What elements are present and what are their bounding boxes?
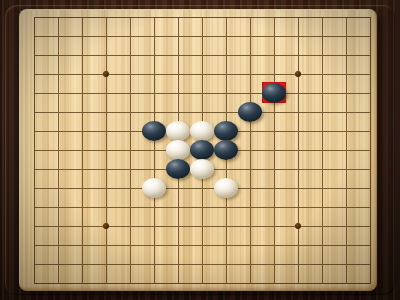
intersection-0-11[interactable]	[22, 216, 46, 235]
intersection-1-9[interactable]	[46, 178, 70, 197]
intersection-9-10[interactable]	[238, 197, 262, 216]
intersection-4-11[interactable]	[118, 216, 142, 235]
intersection-8-5[interactable]	[214, 102, 238, 121]
intersection-3-5[interactable]	[94, 102, 118, 121]
intersection-8-13[interactable]	[214, 254, 238, 273]
intersection-14-10[interactable]	[358, 197, 382, 216]
black-stone	[262, 83, 286, 103]
intersection-5-12[interactable]	[142, 235, 166, 254]
intersection-11-0[interactable]	[286, 7, 310, 26]
black-stone	[166, 159, 190, 179]
intersection-8-7[interactable]	[214, 140, 238, 159]
intersection-14-6[interactable]	[358, 121, 382, 140]
intersection-1-4[interactable]	[46, 83, 70, 102]
intersection-3-8[interactable]	[94, 159, 118, 178]
intersection-7-1[interactable]	[190, 26, 214, 45]
intersection-12-4[interactable]	[310, 83, 334, 102]
intersection-2-14[interactable]	[70, 273, 94, 292]
intersection-6-6[interactable]	[166, 121, 190, 140]
intersection-6-2[interactable]	[166, 45, 190, 64]
intersection-7-9[interactable]	[190, 178, 214, 197]
intersection-4-5[interactable]	[118, 102, 142, 121]
intersection-9-8[interactable]	[238, 159, 262, 178]
intersection-1-12[interactable]	[46, 235, 70, 254]
intersection-7-6[interactable]	[190, 121, 214, 140]
intersection-2-0[interactable]	[70, 7, 94, 26]
intersection-0-5[interactable]	[22, 102, 46, 121]
intersection-14-0[interactable]	[358, 7, 382, 26]
intersection-1-1[interactable]	[46, 26, 70, 45]
intersection-3-7[interactable]	[94, 140, 118, 159]
intersection-13-5[interactable]	[334, 102, 358, 121]
intersection-14-11[interactable]	[358, 216, 382, 235]
intersection-5-5[interactable]	[142, 102, 166, 121]
intersection-0-3[interactable]	[22, 64, 46, 83]
intersection-7-13[interactable]	[190, 254, 214, 273]
intersection-0-12[interactable]	[22, 235, 46, 254]
intersection-11-4[interactable]	[286, 83, 310, 102]
intersection-1-11[interactable]	[46, 216, 70, 235]
intersection-12-13[interactable]	[310, 254, 334, 273]
intersection-9-2[interactable]	[238, 45, 262, 64]
intersection-8-10[interactable]	[214, 197, 238, 216]
intersection-1-2[interactable]	[46, 45, 70, 64]
intersection-11-5[interactable]	[286, 102, 310, 121]
intersection-10-7[interactable]	[262, 140, 286, 159]
intersection-7-0[interactable]	[190, 7, 214, 26]
intersection-1-7[interactable]	[46, 140, 70, 159]
intersection-13-14[interactable]	[334, 273, 358, 292]
intersection-2-5[interactable]	[70, 102, 94, 121]
intersection-9-6[interactable]	[238, 121, 262, 140]
intersection-11-3[interactable]	[286, 64, 310, 83]
intersection-8-11[interactable]	[214, 216, 238, 235]
white-stone	[166, 121, 190, 141]
intersection-1-5[interactable]	[46, 102, 70, 121]
intersection-14-8[interactable]	[358, 159, 382, 178]
board-intersections[interactable]	[22, 7, 382, 292]
intersection-3-11[interactable]	[94, 216, 118, 235]
intersection-10-12[interactable]	[262, 235, 286, 254]
intersection-11-13[interactable]	[286, 254, 310, 273]
intersection-1-8[interactable]	[46, 159, 70, 178]
intersection-8-2[interactable]	[214, 45, 238, 64]
intersection-3-13[interactable]	[94, 254, 118, 273]
intersection-14-7[interactable]	[358, 140, 382, 159]
intersection-8-4[interactable]	[214, 83, 238, 102]
intersection-2-9[interactable]	[70, 178, 94, 197]
intersection-2-13[interactable]	[70, 254, 94, 273]
intersection-4-14[interactable]	[118, 273, 142, 292]
intersection-12-10[interactable]	[310, 197, 334, 216]
intersection-10-10[interactable]	[262, 197, 286, 216]
intersection-5-11[interactable]	[142, 216, 166, 235]
intersection-11-7[interactable]	[286, 140, 310, 159]
intersection-12-3[interactable]	[310, 64, 334, 83]
intersection-3-0[interactable]	[94, 7, 118, 26]
intersection-9-4[interactable]	[238, 83, 262, 102]
intersection-7-2[interactable]	[190, 45, 214, 64]
intersection-10-0[interactable]	[262, 7, 286, 26]
intersection-5-8[interactable]	[142, 159, 166, 178]
intersection-5-7[interactable]	[142, 140, 166, 159]
intersection-13-1[interactable]	[334, 26, 358, 45]
intersection-6-4[interactable]	[166, 83, 190, 102]
intersection-6-1[interactable]	[166, 26, 190, 45]
intersection-7-5[interactable]	[190, 102, 214, 121]
intersection-1-3[interactable]	[46, 64, 70, 83]
intersection-1-10[interactable]	[46, 197, 70, 216]
black-stone	[190, 140, 214, 160]
intersection-2-11[interactable]	[70, 216, 94, 235]
intersection-1-14[interactable]	[46, 273, 70, 292]
intersection-4-2[interactable]	[118, 45, 142, 64]
intersection-14-14[interactable]	[358, 273, 382, 292]
intersection-7-8[interactable]	[190, 159, 214, 178]
intersection-1-0[interactable]	[46, 7, 70, 26]
intersection-12-0[interactable]	[310, 7, 334, 26]
intersection-12-12[interactable]	[310, 235, 334, 254]
intersection-6-10[interactable]	[166, 197, 190, 216]
intersection-13-7[interactable]	[334, 140, 358, 159]
intersection-12-7[interactable]	[310, 140, 334, 159]
intersection-3-6[interactable]	[94, 121, 118, 140]
intersection-6-9[interactable]	[166, 178, 190, 197]
intersection-14-4[interactable]	[358, 83, 382, 102]
intersection-11-6[interactable]	[286, 121, 310, 140]
intersection-4-13[interactable]	[118, 254, 142, 273]
intersection-3-2[interactable]	[94, 45, 118, 64]
intersection-13-8[interactable]	[334, 159, 358, 178]
intersection-11-11[interactable]	[286, 216, 310, 235]
intersection-12-6[interactable]	[310, 121, 334, 140]
intersection-0-4[interactable]	[22, 83, 46, 102]
intersection-14-9[interactable]	[358, 178, 382, 197]
intersection-3-14[interactable]	[94, 273, 118, 292]
intersection-12-5[interactable]	[310, 102, 334, 121]
intersection-10-3[interactable]	[262, 64, 286, 83]
intersection-9-11[interactable]	[238, 216, 262, 235]
intersection-5-1[interactable]	[142, 26, 166, 45]
intersection-11-2[interactable]	[286, 45, 310, 64]
intersection-7-11[interactable]	[190, 216, 214, 235]
intersection-9-9[interactable]	[238, 178, 262, 197]
intersection-9-7[interactable]	[238, 140, 262, 159]
intersection-14-13[interactable]	[358, 254, 382, 273]
intersection-2-2[interactable]	[70, 45, 94, 64]
intersection-10-8[interactable]	[262, 159, 286, 178]
intersection-2-4[interactable]	[70, 83, 94, 102]
intersection-7-12[interactable]	[190, 235, 214, 254]
intersection-0-8[interactable]	[22, 159, 46, 178]
intersection-6-12[interactable]	[166, 235, 190, 254]
intersection-5-0[interactable]	[142, 7, 166, 26]
gomoku-board[interactable]	[19, 9, 377, 291]
intersection-11-10[interactable]	[286, 197, 310, 216]
intersection-13-9[interactable]	[334, 178, 358, 197]
intersection-7-7[interactable]	[190, 140, 214, 159]
intersection-4-4[interactable]	[118, 83, 142, 102]
intersection-9-13[interactable]	[238, 254, 262, 273]
intersection-6-11[interactable]	[166, 216, 190, 235]
intersection-9-1[interactable]	[238, 26, 262, 45]
intersection-0-6[interactable]	[22, 121, 46, 140]
intersection-4-9[interactable]	[118, 178, 142, 197]
intersection-4-10[interactable]	[118, 197, 142, 216]
intersection-6-8[interactable]	[166, 159, 190, 178]
intersection-5-13[interactable]	[142, 254, 166, 273]
intersection-14-3[interactable]	[358, 64, 382, 83]
intersection-11-1[interactable]	[286, 26, 310, 45]
intersection-13-3[interactable]	[334, 64, 358, 83]
intersection-8-0[interactable]	[214, 7, 238, 26]
intersection-10-9[interactable]	[262, 178, 286, 197]
intersection-8-1[interactable]	[214, 26, 238, 45]
intersection-14-12[interactable]	[358, 235, 382, 254]
intersection-4-6[interactable]	[118, 121, 142, 140]
intersection-5-9[interactable]	[142, 178, 166, 197]
intersection-14-5[interactable]	[358, 102, 382, 121]
intersection-10-2[interactable]	[262, 45, 286, 64]
intersection-2-1[interactable]	[70, 26, 94, 45]
intersection-2-6[interactable]	[70, 121, 94, 140]
gomoku-game-screen	[0, 0, 400, 300]
intersection-3-9[interactable]	[94, 178, 118, 197]
intersection-7-10[interactable]	[190, 197, 214, 216]
intersection-13-6[interactable]	[334, 121, 358, 140]
intersection-6-7[interactable]	[166, 140, 190, 159]
intersection-10-13[interactable]	[262, 254, 286, 273]
black-stone	[238, 102, 262, 122]
intersection-0-7[interactable]	[22, 140, 46, 159]
intersection-6-3[interactable]	[166, 64, 190, 83]
intersection-0-13[interactable]	[22, 254, 46, 273]
intersection-3-12[interactable]	[94, 235, 118, 254]
intersection-12-14[interactable]	[310, 273, 334, 292]
intersection-4-8[interactable]	[118, 159, 142, 178]
intersection-9-12[interactable]	[238, 235, 262, 254]
intersection-13-13[interactable]	[334, 254, 358, 273]
intersection-7-4[interactable]	[190, 83, 214, 102]
intersection-6-13[interactable]	[166, 254, 190, 273]
intersection-12-1[interactable]	[310, 26, 334, 45]
intersection-3-1[interactable]	[94, 26, 118, 45]
intersection-2-8[interactable]	[70, 159, 94, 178]
intersection-11-12[interactable]	[286, 235, 310, 254]
intersection-5-2[interactable]	[142, 45, 166, 64]
intersection-8-12[interactable]	[214, 235, 238, 254]
black-stone	[142, 121, 166, 141]
white-stone	[190, 159, 214, 179]
intersection-5-6[interactable]	[142, 121, 166, 140]
intersection-12-2[interactable]	[310, 45, 334, 64]
intersection-6-14[interactable]	[166, 273, 190, 292]
white-stone	[190, 121, 214, 141]
intersection-13-4[interactable]	[334, 83, 358, 102]
intersection-8-14[interactable]	[214, 273, 238, 292]
intersection-9-3[interactable]	[238, 64, 262, 83]
intersection-11-9[interactable]	[286, 178, 310, 197]
black-stone	[214, 140, 238, 160]
intersection-10-14[interactable]	[262, 273, 286, 292]
intersection-9-14[interactable]	[238, 273, 262, 292]
intersection-1-6[interactable]	[46, 121, 70, 140]
intersection-0-1[interactable]	[22, 26, 46, 45]
intersection-7-3[interactable]	[190, 64, 214, 83]
white-stone	[214, 178, 238, 198]
intersection-13-2[interactable]	[334, 45, 358, 64]
intersection-13-0[interactable]	[334, 7, 358, 26]
intersection-1-13[interactable]	[46, 254, 70, 273]
intersection-7-14[interactable]	[190, 273, 214, 292]
white-stone	[142, 178, 166, 198]
intersection-10-11[interactable]	[262, 216, 286, 235]
intersection-8-9[interactable]	[214, 178, 238, 197]
black-stone	[214, 121, 238, 141]
intersection-3-10[interactable]	[94, 197, 118, 216]
intersection-4-3[interactable]	[118, 64, 142, 83]
intersection-8-8[interactable]	[214, 159, 238, 178]
intersection-12-9[interactable]	[310, 178, 334, 197]
intersection-0-10[interactable]	[22, 197, 46, 216]
intersection-13-12[interactable]	[334, 235, 358, 254]
intersection-6-0[interactable]	[166, 7, 190, 26]
intersection-0-2[interactable]	[22, 45, 46, 64]
intersection-11-14[interactable]	[286, 273, 310, 292]
intersection-4-12[interactable]	[118, 235, 142, 254]
intersection-10-1[interactable]	[262, 26, 286, 45]
intersection-4-7[interactable]	[118, 140, 142, 159]
intersection-10-6[interactable]	[262, 121, 286, 140]
intersection-5-4[interactable]	[142, 83, 166, 102]
intersection-6-5[interactable]	[166, 102, 190, 121]
intersection-12-11[interactable]	[310, 216, 334, 235]
intersection-8-6[interactable]	[214, 121, 238, 140]
intersection-2-7[interactable]	[70, 140, 94, 159]
intersection-13-10[interactable]	[334, 197, 358, 216]
intersection-5-14[interactable]	[142, 273, 166, 292]
intersection-2-10[interactable]	[70, 197, 94, 216]
intersection-11-8[interactable]	[286, 159, 310, 178]
intersection-13-11[interactable]	[334, 216, 358, 235]
intersection-14-1[interactable]	[358, 26, 382, 45]
intersection-9-5[interactable]	[238, 102, 262, 121]
intersection-5-3[interactable]	[142, 64, 166, 83]
intersection-2-3[interactable]	[70, 64, 94, 83]
intersection-12-8[interactable]	[310, 159, 334, 178]
intersection-9-0[interactable]	[238, 7, 262, 26]
intersection-0-0[interactable]	[22, 7, 46, 26]
intersection-4-0[interactable]	[118, 7, 142, 26]
intersection-0-14[interactable]	[22, 273, 46, 292]
intersection-14-2[interactable]	[358, 45, 382, 64]
intersection-10-5[interactable]	[262, 102, 286, 121]
intersection-3-3[interactable]	[94, 64, 118, 83]
intersection-8-3[interactable]	[214, 64, 238, 83]
white-stone	[166, 140, 190, 160]
intersection-0-9[interactable]	[22, 178, 46, 197]
intersection-4-1[interactable]	[118, 26, 142, 45]
intersection-10-4[interactable]	[262, 83, 286, 102]
intersection-2-12[interactable]	[70, 235, 94, 254]
intersection-3-4[interactable]	[94, 83, 118, 102]
intersection-5-10[interactable]	[142, 197, 166, 216]
